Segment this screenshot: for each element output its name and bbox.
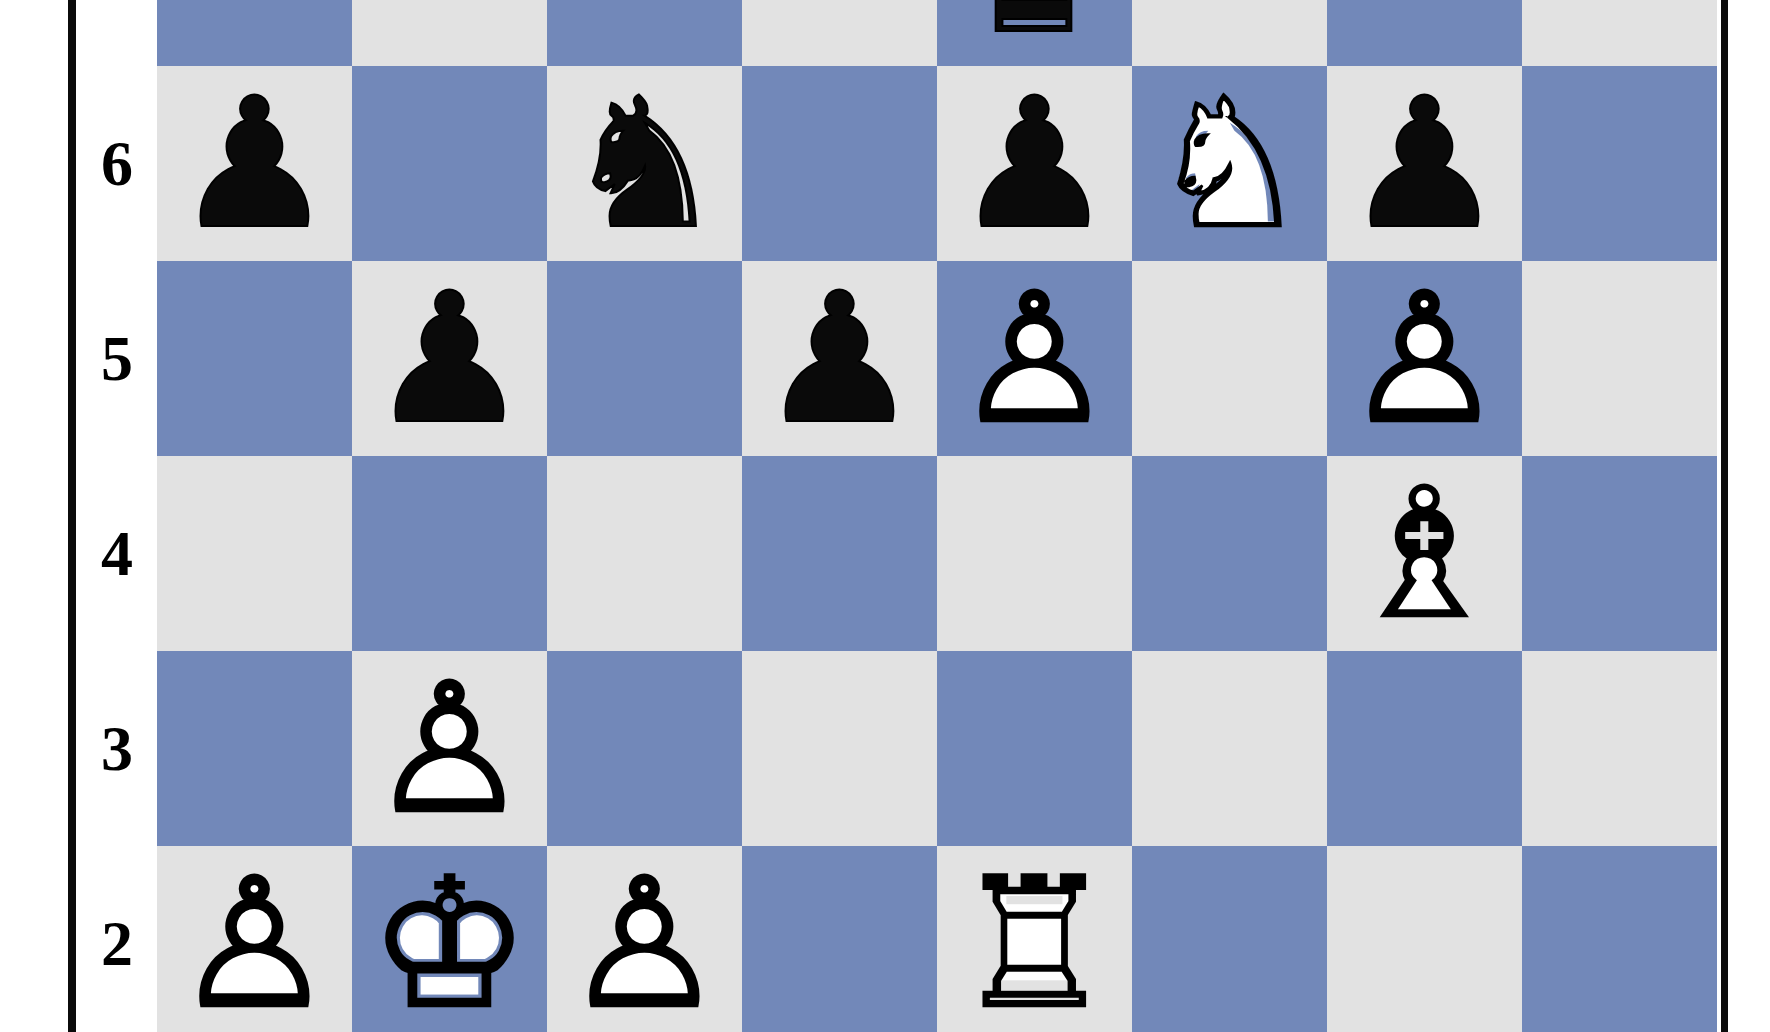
diagram-frame-right-border bbox=[1721, 0, 1728, 1032]
white-pawn: ♙ bbox=[1327, 261, 1522, 456]
square-b5: ♟ bbox=[352, 261, 547, 456]
chess-diagram: 6 5 4 3 2 ♛♟♞♟♞♘♟♟♟♟♙♟♙♝♗♟♙♟♙♚♔♟♙♜♖ bbox=[0, 0, 1770, 1032]
black-pawn: ♟ bbox=[157, 66, 352, 261]
white-rook: ♖ bbox=[937, 846, 1132, 1032]
square-e3 bbox=[937, 651, 1132, 846]
square-a2: ♟♙ bbox=[157, 846, 352, 1032]
rank-label-2: 2 bbox=[77, 846, 157, 1032]
square-f4 bbox=[1132, 456, 1327, 651]
square-g7 bbox=[1327, 0, 1522, 66]
square-c6: ♞ bbox=[547, 66, 742, 261]
diagram-frame-left-border bbox=[68, 0, 76, 1032]
square-f6: ♞♘ bbox=[1132, 66, 1327, 261]
white-pawn: ♙ bbox=[157, 846, 352, 1032]
square-b7 bbox=[352, 0, 547, 66]
rank-label-3: 3 bbox=[77, 651, 157, 846]
rank-label-6: 6 bbox=[77, 66, 157, 261]
square-h7 bbox=[1522, 0, 1717, 66]
square-c5 bbox=[547, 261, 742, 456]
square-c3 bbox=[547, 651, 742, 846]
square-e4 bbox=[937, 456, 1132, 651]
square-f3 bbox=[1132, 651, 1327, 846]
white-bishop: ♗ bbox=[1327, 456, 1522, 651]
chess-board: ♛♟♞♟♞♘♟♟♟♟♙♟♙♝♗♟♙♟♙♚♔♟♙♜♖ bbox=[157, 0, 1717, 1032]
white-king-fill: ♚ bbox=[352, 846, 547, 1032]
square-d6 bbox=[742, 66, 937, 261]
square-g3 bbox=[1327, 651, 1522, 846]
square-g2 bbox=[1327, 846, 1522, 1032]
square-h3 bbox=[1522, 651, 1717, 846]
square-e2: ♜♖ bbox=[937, 846, 1132, 1032]
white-pawn: ♙ bbox=[937, 261, 1132, 456]
square-d5: ♟ bbox=[742, 261, 937, 456]
square-a7 bbox=[157, 0, 352, 66]
white-knight-fill: ♞ bbox=[1132, 66, 1327, 261]
white-pawn-fill: ♟ bbox=[937, 261, 1132, 456]
square-c2: ♟♙ bbox=[547, 846, 742, 1032]
square-b6 bbox=[352, 66, 547, 261]
square-f7 bbox=[1132, 0, 1327, 66]
white-pawn: ♙ bbox=[547, 846, 742, 1032]
black-knight: ♞ bbox=[547, 66, 742, 261]
black-pawn: ♟ bbox=[937, 66, 1132, 261]
black-pawn: ♟ bbox=[742, 261, 937, 456]
square-e5: ♟♙ bbox=[937, 261, 1132, 456]
square-f5 bbox=[1132, 261, 1327, 456]
square-g5: ♟♙ bbox=[1327, 261, 1522, 456]
square-h5 bbox=[1522, 261, 1717, 456]
white-rook-fill: ♜ bbox=[937, 846, 1132, 1032]
white-pawn: ♙ bbox=[352, 651, 547, 846]
black-pawn: ♟ bbox=[1327, 66, 1522, 261]
square-a3 bbox=[157, 651, 352, 846]
square-e7: ♛ bbox=[937, 0, 1132, 66]
square-b2: ♚♔ bbox=[352, 846, 547, 1032]
square-g6: ♟ bbox=[1327, 66, 1522, 261]
white-pawn-fill: ♟ bbox=[1327, 261, 1522, 456]
black-queen: ♛ bbox=[937, 0, 1132, 66]
square-f2 bbox=[1132, 846, 1327, 1032]
square-d2 bbox=[742, 846, 937, 1032]
square-d4 bbox=[742, 456, 937, 651]
square-c4 bbox=[547, 456, 742, 651]
square-h2 bbox=[1522, 846, 1717, 1032]
white-pawn-fill: ♟ bbox=[547, 846, 742, 1032]
square-e6: ♟ bbox=[937, 66, 1132, 261]
square-c7 bbox=[547, 0, 742, 66]
white-bishop-fill: ♝ bbox=[1327, 456, 1522, 651]
white-pawn-fill: ♟ bbox=[157, 846, 352, 1032]
square-a5 bbox=[157, 261, 352, 456]
square-a6: ♟ bbox=[157, 66, 352, 261]
square-a4 bbox=[157, 456, 352, 651]
rank-label-5: 5 bbox=[77, 261, 157, 456]
white-king: ♔ bbox=[352, 846, 547, 1032]
square-b4 bbox=[352, 456, 547, 651]
square-d3 bbox=[742, 651, 937, 846]
square-h6 bbox=[1522, 66, 1717, 261]
square-d7 bbox=[742, 0, 937, 66]
rank-label-4: 4 bbox=[77, 456, 157, 651]
white-pawn-fill: ♟ bbox=[352, 651, 547, 846]
white-knight: ♘ bbox=[1132, 66, 1327, 261]
black-pawn: ♟ bbox=[352, 261, 547, 456]
square-g4: ♝♗ bbox=[1327, 456, 1522, 651]
square-b3: ♟♙ bbox=[352, 651, 547, 846]
square-h4 bbox=[1522, 456, 1717, 651]
